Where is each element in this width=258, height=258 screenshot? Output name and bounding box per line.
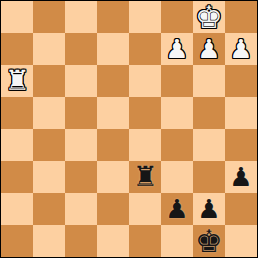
square-c5[interactable] [65, 97, 97, 129]
square-b1[interactable] [33, 225, 65, 257]
square-h6[interactable] [225, 65, 257, 97]
piece-black-pawn: ♟ [197, 196, 220, 222]
square-h4[interactable] [225, 129, 257, 161]
square-g3[interactable] [193, 161, 225, 193]
piece-black-pawn: ♟ [229, 164, 252, 190]
square-f6[interactable] [161, 65, 193, 97]
square-c8[interactable] [65, 1, 97, 33]
square-g1[interactable]: ♚ [193, 225, 225, 257]
square-d2[interactable] [97, 193, 129, 225]
square-e1[interactable] [129, 225, 161, 257]
chessboard: ♚♟♟♟♜♜♟♟♟♚ [1, 1, 257, 257]
square-f4[interactable] [161, 129, 193, 161]
square-g6[interactable] [193, 65, 225, 97]
square-b8[interactable] [33, 1, 65, 33]
square-g8[interactable]: ♚ [193, 1, 225, 33]
square-h1[interactable] [225, 225, 257, 257]
square-a7[interactable] [1, 33, 33, 65]
square-d7[interactable] [97, 33, 129, 65]
square-f5[interactable] [161, 97, 193, 129]
square-e4[interactable] [129, 129, 161, 161]
piece-white-pawn: ♟ [229, 36, 252, 62]
square-h7[interactable]: ♟ [225, 33, 257, 65]
square-a2[interactable] [1, 193, 33, 225]
square-f3[interactable] [161, 161, 193, 193]
square-d8[interactable] [97, 1, 129, 33]
square-a4[interactable] [1, 129, 33, 161]
square-b2[interactable] [33, 193, 65, 225]
square-b4[interactable] [33, 129, 65, 161]
square-d1[interactable] [97, 225, 129, 257]
square-e7[interactable] [129, 33, 161, 65]
square-b7[interactable] [33, 33, 65, 65]
piece-black-king: ♚ [195, 226, 223, 257]
square-g2[interactable]: ♟ [193, 193, 225, 225]
square-a5[interactable] [1, 97, 33, 129]
square-c3[interactable] [65, 161, 97, 193]
square-h8[interactable] [225, 1, 257, 33]
piece-white-rook: ♜ [4, 67, 29, 95]
piece-white-pawn: ♟ [197, 36, 220, 62]
square-a8[interactable] [1, 1, 33, 33]
square-c6[interactable] [65, 65, 97, 97]
square-e5[interactable] [129, 97, 161, 129]
square-f2[interactable]: ♟ [161, 193, 193, 225]
square-e8[interactable] [129, 1, 161, 33]
square-d6[interactable] [97, 65, 129, 97]
chessboard-frame: ♚♟♟♟♜♜♟♟♟♚ [0, 0, 258, 258]
piece-white-king: ♚ [195, 2, 223, 33]
square-f8[interactable] [161, 1, 193, 33]
piece-black-pawn: ♟ [165, 196, 188, 222]
square-b5[interactable] [33, 97, 65, 129]
square-g7[interactable]: ♟ [193, 33, 225, 65]
square-e6[interactable] [129, 65, 161, 97]
square-f1[interactable] [161, 225, 193, 257]
square-b6[interactable] [33, 65, 65, 97]
square-b3[interactable] [33, 161, 65, 193]
piece-white-pawn: ♟ [165, 36, 188, 62]
square-d3[interactable] [97, 161, 129, 193]
square-e2[interactable] [129, 193, 161, 225]
square-e3[interactable]: ♜ [129, 161, 161, 193]
square-f7[interactable]: ♟ [161, 33, 193, 65]
square-a3[interactable] [1, 161, 33, 193]
square-d4[interactable] [97, 129, 129, 161]
square-h3[interactable]: ♟ [225, 161, 257, 193]
square-h2[interactable] [225, 193, 257, 225]
square-c1[interactable] [65, 225, 97, 257]
square-h5[interactable] [225, 97, 257, 129]
square-c2[interactable] [65, 193, 97, 225]
square-d5[interactable] [97, 97, 129, 129]
square-g4[interactable] [193, 129, 225, 161]
square-g5[interactable] [193, 97, 225, 129]
square-a6[interactable]: ♜ [1, 65, 33, 97]
square-a1[interactable] [1, 225, 33, 257]
square-c7[interactable] [65, 33, 97, 65]
piece-black-rook: ♜ [132, 163, 157, 191]
square-c4[interactable] [65, 129, 97, 161]
